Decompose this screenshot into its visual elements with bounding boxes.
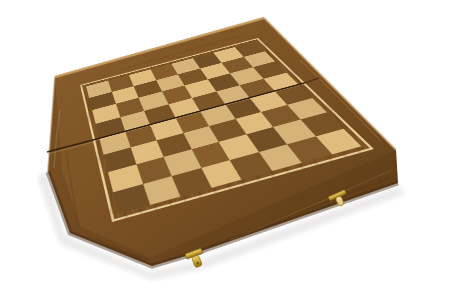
product-photo: [0, 0, 450, 300]
